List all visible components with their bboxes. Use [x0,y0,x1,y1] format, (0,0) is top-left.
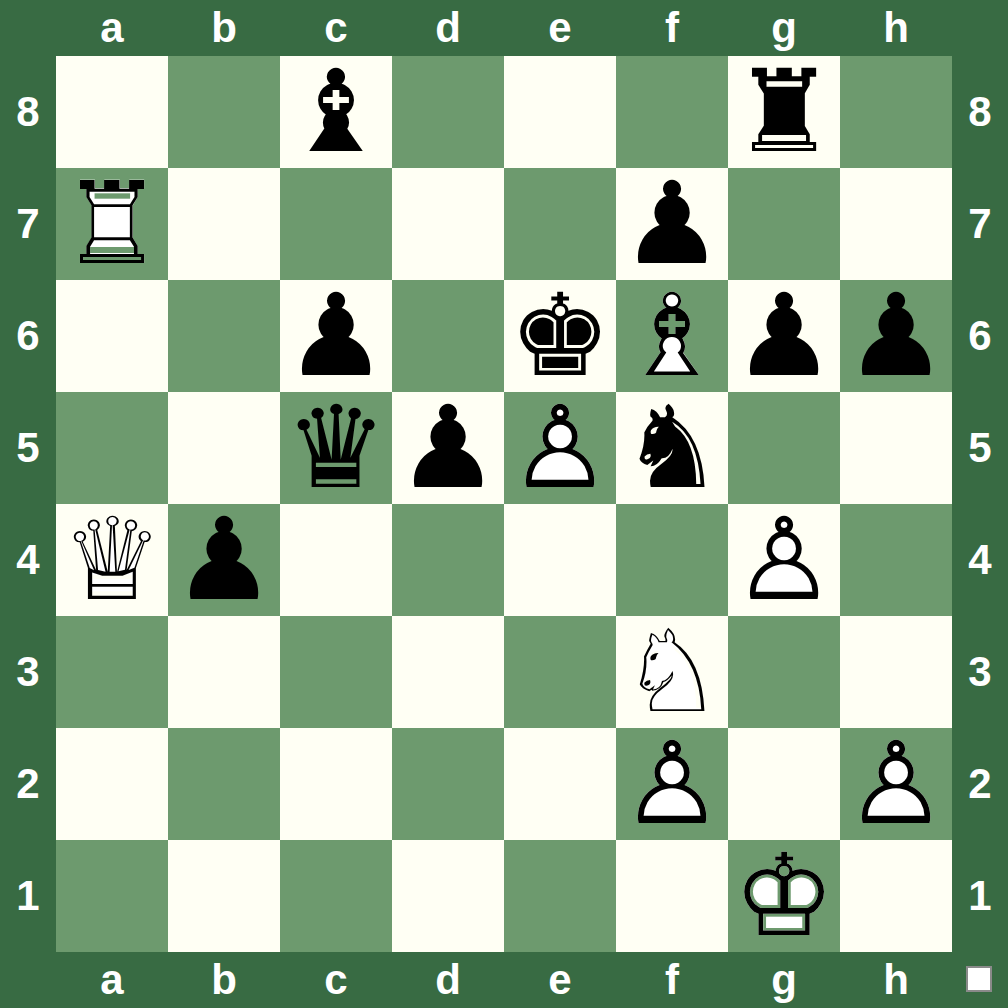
rank-label-right-1: 1 [952,840,1008,952]
square-f2[interactable]: ♟♙ [616,728,728,840]
square-a8[interactable] [56,56,168,168]
square-f3[interactable]: ♞♘ [616,616,728,728]
square-b1[interactable] [168,840,280,952]
square-b8[interactable] [168,56,280,168]
square-b7[interactable] [168,168,280,280]
piece-wR-a7[interactable]: ♖ [56,168,168,280]
piece-wQ-a4[interactable]: ♕ [56,504,168,616]
square-g4[interactable]: ♟♙ [728,504,840,616]
square-g8[interactable]: ♜ [728,56,840,168]
square-e7[interactable] [504,168,616,280]
rank-label-right-5: 5 [952,392,1008,504]
square-g3[interactable] [728,616,840,728]
file-label-bottom-a: a [56,952,168,1008]
file-label-bottom-d: d [392,952,504,1008]
rank-labels-left: 87654321 [0,56,56,952]
square-b2[interactable] [168,728,280,840]
square-g7[interactable] [728,168,840,280]
rank-label-left-2: 2 [0,728,56,840]
file-label-top-b: b [168,0,280,56]
rank-label-left-4: 4 [0,504,56,616]
piece-wP-f2[interactable]: ♙ [616,728,728,840]
piece-wP-g4[interactable]: ♙ [728,504,840,616]
square-c5[interactable]: ♛ [280,392,392,504]
square-c2[interactable] [280,728,392,840]
square-h3[interactable] [840,616,952,728]
file-label-bottom-g: g [728,952,840,1008]
square-d5[interactable]: ♟ [392,392,504,504]
square-c7[interactable] [280,168,392,280]
square-c6[interactable]: ♟ [280,280,392,392]
square-h8[interactable] [840,56,952,168]
rank-label-left-8: 8 [0,56,56,168]
square-d7[interactable] [392,168,504,280]
piece-bP-f7[interactable]: ♟ [616,168,728,280]
piece-bB-c8[interactable]: ♝ [280,56,392,168]
square-c1[interactable] [280,840,392,952]
piece-wP-h2[interactable]: ♙ [840,728,952,840]
square-a4[interactable]: ♛♕ [56,504,168,616]
square-e2[interactable] [504,728,616,840]
square-e6[interactable]: ♚ [504,280,616,392]
square-f4[interactable] [616,504,728,616]
rank-label-left-1: 1 [0,840,56,952]
piece-bQ-c5[interactable]: ♛ [280,392,392,504]
file-label-top-e: e [504,0,616,56]
square-e3[interactable] [504,616,616,728]
rank-label-left-5: 5 [0,392,56,504]
rank-label-right-7: 7 [952,168,1008,280]
square-e4[interactable] [504,504,616,616]
square-c8[interactable]: ♝ [280,56,392,168]
square-c4[interactable] [280,504,392,616]
rank-label-right-2: 2 [952,728,1008,840]
piece-bK-e6[interactable]: ♚ [504,280,616,392]
piece-wN-f3[interactable]: ♘ [616,616,728,728]
piece-wK-g1[interactable]: ♔ [728,840,840,952]
square-a2[interactable] [56,728,168,840]
piece-bR-g8[interactable]: ♜ [728,56,840,168]
square-c3[interactable] [280,616,392,728]
file-label-bottom-f: f [616,952,728,1008]
file-label-top-h: h [840,0,952,56]
square-f1[interactable] [616,840,728,952]
square-h5[interactable] [840,392,952,504]
square-f6[interactable]: ♝♗ [616,280,728,392]
square-g2[interactable] [728,728,840,840]
piece-bP-c6[interactable]: ♟ [280,280,392,392]
rank-label-left-7: 7 [0,168,56,280]
square-d1[interactable] [392,840,504,952]
rank-label-right-4: 4 [952,504,1008,616]
piece-wB-f6[interactable]: ♗ [616,280,728,392]
chess-board-frame: abcdefgh 87654321 ♝♜♜♖♟♟♚♝♗♟♟♛♟♟♙♞♛♕♟♟♙♞… [0,0,1008,1008]
file-label-top-a: a [56,0,168,56]
square-g6[interactable]: ♟ [728,280,840,392]
square-h6[interactable]: ♟ [840,280,952,392]
file-label-bottom-c: c [280,952,392,1008]
square-g1[interactable]: ♚♔ [728,840,840,952]
file-label-bottom-h: h [840,952,952,1008]
square-e8[interactable] [504,56,616,168]
square-d6[interactable] [392,280,504,392]
square-e1[interactable] [504,840,616,952]
square-f8[interactable] [616,56,728,168]
rank-label-left-3: 3 [0,616,56,728]
square-g5[interactable] [728,392,840,504]
rank-labels-right: 87654321 [952,56,1008,952]
piece-bP-h6[interactable]: ♟ [840,280,952,392]
piece-bP-g6[interactable]: ♟ [728,280,840,392]
square-h4[interactable] [840,504,952,616]
rank-label-right-6: 6 [952,280,1008,392]
square-a6[interactable] [56,280,168,392]
piece-wP-e5[interactable]: ♙ [504,392,616,504]
rank-label-right-3: 3 [952,616,1008,728]
square-d8[interactable] [392,56,504,168]
file-label-bottom-b: b [168,952,280,1008]
square-b4[interactable]: ♟ [168,504,280,616]
square-a7[interactable]: ♜♖ [56,168,168,280]
white-to-move-indicator [966,966,992,992]
square-d2[interactable] [392,728,504,840]
square-f7[interactable]: ♟ [616,168,728,280]
file-label-top-d: d [392,0,504,56]
square-b6[interactable] [168,280,280,392]
square-d3[interactable] [392,616,504,728]
square-e5[interactable]: ♟♙ [504,392,616,504]
piece-bP-b4[interactable]: ♟ [168,504,280,616]
square-d4[interactable] [392,504,504,616]
rank-label-right-8: 8 [952,56,1008,168]
square-b3[interactable] [168,616,280,728]
square-a1[interactable] [56,840,168,952]
square-h1[interactable] [840,840,952,952]
file-labels-bottom: abcdefgh [56,952,952,1008]
file-label-bottom-e: e [504,952,616,1008]
square-a3[interactable] [56,616,168,728]
square-h7[interactable] [840,168,952,280]
chess-board[interactable]: ♝♜♜♖♟♟♚♝♗♟♟♛♟♟♙♞♛♕♟♟♙♞♘♟♙♟♙♚♔ [56,56,952,952]
square-h2[interactable]: ♟♙ [840,728,952,840]
rank-label-left-6: 6 [0,280,56,392]
piece-bP-d5[interactable]: ♟ [392,392,504,504]
piece-bN-f5[interactable]: ♞ [616,392,728,504]
square-a5[interactable] [56,392,168,504]
file-label-top-f: f [616,0,728,56]
square-f5[interactable]: ♞ [616,392,728,504]
square-b5[interactable] [168,392,280,504]
